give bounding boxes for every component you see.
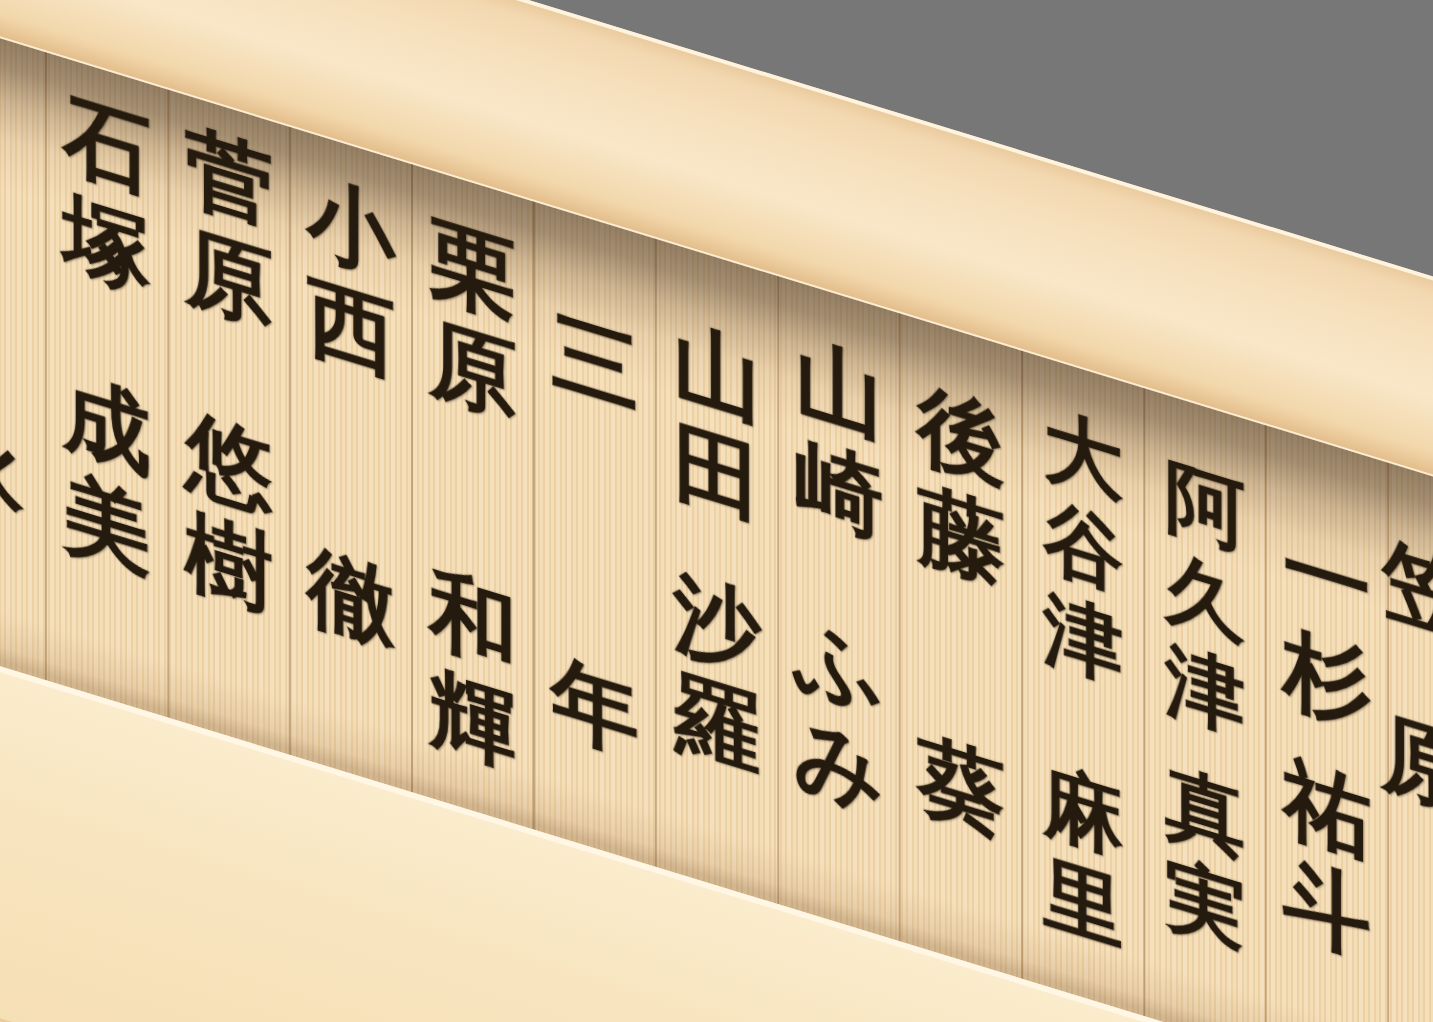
calligraphy-char: 原: [1370, 697, 1433, 831]
name-slat-column: 三年: [540, 203, 650, 865]
bottom-rail-secondary-edge: [0, 1000, 560, 1022]
calligraphy-char: 笠: [1370, 523, 1433, 657]
name-slat-column: 石塚成美: [52, 54, 162, 716]
name-slat-column: 大谷津麻里: [1028, 353, 1138, 1015]
name-slat-column: 後藤葵: [906, 315, 1016, 977]
partial-name-slat-column: 永社: [0, 20, 35, 677]
name-board-photo: 石塚成美菅原悠樹小西徹栗原和輝三年山田沙羅山崎ふみ後藤葵大谷津麻里阿久津真実一杉…: [0, 0, 1433, 1022]
calligraphy-char: 葵: [906, 719, 1016, 853]
calligraphy-char: 三: [540, 295, 650, 429]
name-slat-column: 山田沙羅: [662, 241, 772, 903]
calligraphy-char: 徹: [296, 531, 406, 665]
calligraphy-char: 年: [540, 640, 650, 774]
calligraphy-char: 永: [0, 398, 35, 532]
name-slat-column: 山崎ふみ: [784, 278, 894, 940]
name-slat-column: 小西徹: [296, 129, 406, 791]
partial-name-slat-column: 笠原: [1370, 457, 1433, 1022]
name-slat-column: 栗原和輝: [418, 166, 528, 828]
name-slat-column: 一杉祐斗: [1272, 427, 1382, 1022]
name-slat-column: 阿久津真実: [1150, 390, 1260, 1022]
name-slat-column: 菅原悠樹: [174, 92, 284, 754]
